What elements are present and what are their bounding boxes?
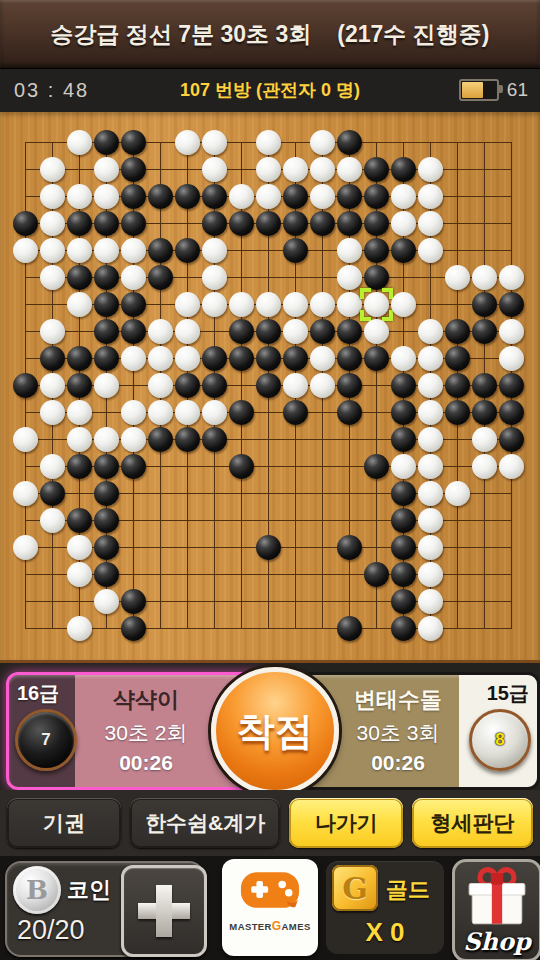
shop-label: Shop	[455, 927, 539, 956]
black-stone	[364, 562, 389, 587]
white-stone	[256, 292, 281, 317]
white-stone	[418, 184, 443, 209]
white-stone	[121, 427, 146, 452]
black-stone	[391, 508, 416, 533]
black-stone	[229, 319, 254, 344]
black-stone	[175, 427, 200, 452]
black-player-rank: 16급	[17, 680, 59, 707]
black-stone	[472, 319, 497, 344]
white-stone	[391, 292, 416, 317]
black-stone	[391, 157, 416, 182]
black-stone	[94, 130, 119, 155]
gold-count: X 0	[326, 917, 444, 948]
white-stone	[445, 481, 470, 506]
white-stone	[13, 481, 38, 506]
white-stone	[67, 562, 92, 587]
go-board[interactable]	[0, 112, 540, 660]
white-stone	[121, 265, 146, 290]
black-byoyomi: 30초 2회	[81, 719, 211, 747]
black-stone-bowl: 7	[15, 709, 77, 771]
white-stone	[13, 535, 38, 560]
battery-icon	[459, 79, 499, 101]
white-time: 00:26	[333, 751, 463, 775]
white-stone	[499, 265, 524, 290]
white-stone	[283, 157, 308, 182]
black-stone	[229, 400, 254, 425]
white-stone	[67, 130, 92, 155]
black-stone	[445, 373, 470, 398]
black-stone	[472, 292, 497, 317]
white-stone	[418, 454, 443, 479]
black-stone	[499, 400, 524, 425]
black-stone	[364, 211, 389, 236]
black-stone	[121, 157, 146, 182]
black-stone	[310, 211, 335, 236]
white-stone	[94, 373, 119, 398]
black-stone	[229, 211, 254, 236]
white-byoyomi: 30초 3회	[333, 719, 463, 747]
white-stone	[391, 184, 416, 209]
territory-estimate-button[interactable]: 형세판단	[412, 798, 533, 848]
white-stone	[337, 265, 362, 290]
white-stone	[418, 535, 443, 560]
white-stone	[148, 319, 173, 344]
black-stone	[67, 508, 92, 533]
black-stone	[94, 346, 119, 371]
title-bar: 승강급 정선 7분 30초 3회 (217수 진행중)	[0, 0, 540, 68]
black-stone	[229, 346, 254, 371]
white-stone	[121, 238, 146, 263]
black-stone	[94, 481, 119, 506]
black-stone	[364, 454, 389, 479]
black-stone	[67, 454, 92, 479]
black-stone	[283, 184, 308, 209]
white-stone	[418, 589, 443, 614]
black-stone	[40, 346, 65, 371]
black-stone	[391, 400, 416, 425]
white-stone	[310, 157, 335, 182]
black-stone	[121, 589, 146, 614]
black-stone	[337, 184, 362, 209]
black-stone	[364, 238, 389, 263]
black-stone	[283, 238, 308, 263]
white-stone	[175, 319, 200, 344]
black-stone	[40, 481, 65, 506]
black-stone	[94, 454, 119, 479]
black-stone	[148, 238, 173, 263]
white-stone	[40, 211, 65, 236]
gold-panel: G 골드 X 0	[326, 861, 444, 954]
white-stone	[148, 400, 173, 425]
white-stone	[418, 427, 443, 452]
white-stone	[256, 184, 281, 209]
black-stone	[94, 535, 119, 560]
black-stone	[148, 427, 173, 452]
black-stone	[13, 373, 38, 398]
white-stone	[418, 481, 443, 506]
game-controller-icon	[240, 869, 300, 911]
white-stone	[418, 616, 443, 641]
white-stone	[67, 292, 92, 317]
black-stone	[121, 319, 146, 344]
white-stone	[364, 319, 389, 344]
add-coin-button[interactable]	[121, 865, 207, 957]
white-stone	[418, 346, 443, 371]
white-stone	[175, 346, 200, 371]
white-stone	[202, 292, 227, 317]
white-stone	[175, 292, 200, 317]
white-stone	[418, 373, 443, 398]
shop-button[interactable]: Shop	[452, 859, 540, 960]
black-stone	[94, 508, 119, 533]
game-rule-title: 승강급 정선 7분 30초 3회	[51, 19, 312, 50]
last-move-marker	[360, 288, 393, 321]
white-stone	[364, 292, 389, 317]
coin-label: 코인	[67, 875, 111, 905]
coin-panel: B 코인 20/20	[5, 861, 205, 957]
white-stone	[121, 346, 146, 371]
white-stone	[40, 373, 65, 398]
black-stone	[391, 373, 416, 398]
white-stone	[94, 427, 119, 452]
pass-and-count-button[interactable]: 한수쉼&계가	[130, 798, 280, 848]
black-stone	[391, 238, 416, 263]
gold-icon: G	[332, 865, 378, 911]
white-stone	[310, 130, 335, 155]
white-stone	[67, 238, 92, 263]
black-stone	[283, 346, 308, 371]
white-stone	[337, 238, 362, 263]
white-stone	[418, 400, 443, 425]
white-stone	[67, 535, 92, 560]
resign-button[interactable]: 기권	[7, 798, 121, 848]
black-stone	[121, 292, 146, 317]
menu-button-row: 기권 한수쉼&계가 나가기 형세판단	[0, 790, 540, 856]
white-stone	[148, 373, 173, 398]
white-stone	[202, 157, 227, 182]
white-stone	[94, 238, 119, 263]
white-stone	[40, 157, 65, 182]
white-stone	[499, 346, 524, 371]
white-stone	[229, 184, 254, 209]
battery-percent: 61	[507, 79, 528, 101]
black-stone	[337, 319, 362, 344]
black-stone	[202, 346, 227, 371]
black-stone	[202, 373, 227, 398]
black-stone	[229, 454, 254, 479]
black-stone	[499, 292, 524, 317]
black-stone	[67, 265, 92, 290]
white-stone	[310, 184, 335, 209]
white-stone	[418, 211, 443, 236]
white-stone	[202, 400, 227, 425]
black-stone	[364, 157, 389, 182]
gold-label: 골드	[386, 875, 430, 905]
coin-icon: B	[13, 866, 61, 914]
white-stone	[13, 238, 38, 263]
black-stone	[337, 400, 362, 425]
white-stone	[67, 400, 92, 425]
white-stone	[202, 238, 227, 263]
master-games-wordmark: MASTERGAMES	[229, 919, 310, 933]
white-stone	[472, 265, 497, 290]
white-stone	[40, 400, 65, 425]
gift-box-icon	[464, 864, 530, 930]
move-progress: (217수 진행중)	[337, 19, 489, 50]
black-stone	[256, 211, 281, 236]
black-stone	[337, 130, 362, 155]
black-stone	[364, 184, 389, 209]
black-stone	[121, 130, 146, 155]
black-stone	[337, 373, 362, 398]
white-stone	[175, 400, 200, 425]
white-stone	[283, 373, 308, 398]
black-stone	[148, 265, 173, 290]
black-stone	[391, 562, 416, 587]
coin-count: 20/20	[17, 915, 85, 946]
white-stone	[202, 130, 227, 155]
black-stone	[94, 319, 119, 344]
white-stone	[40, 508, 65, 533]
black-stone	[256, 319, 281, 344]
black-stone	[364, 346, 389, 371]
black-stone	[364, 265, 389, 290]
black-stone	[94, 211, 119, 236]
black-stone	[256, 373, 281, 398]
white-stone	[121, 400, 146, 425]
black-stone	[256, 346, 281, 371]
white-stone	[310, 346, 335, 371]
white-stone	[499, 319, 524, 344]
black-stone	[499, 427, 524, 452]
black-stone	[256, 535, 281, 560]
white-stone	[229, 292, 254, 317]
white-stone	[391, 346, 416, 371]
white-stone	[67, 184, 92, 209]
white-stone	[40, 265, 65, 290]
white-stone	[256, 157, 281, 182]
white-stone	[67, 616, 92, 641]
black-stone	[202, 211, 227, 236]
white-stone	[283, 292, 308, 317]
player-panel: 16급 7 샥샥이 30초 2회 00:26 15급 8 변태수돌 30초 3회…	[0, 660, 540, 793]
black-stone	[337, 346, 362, 371]
white-stone	[337, 157, 362, 182]
black-stone	[499, 373, 524, 398]
white-stone	[418, 508, 443, 533]
white-stone	[67, 427, 92, 452]
white-stone	[391, 211, 416, 236]
black-stone	[175, 238, 200, 263]
black-stone	[337, 211, 362, 236]
app-screen: 승강급 정선 7분 30초 3회 (217수 진행중) 03 : 48 107 …	[0, 0, 540, 960]
black-stone	[283, 400, 308, 425]
black-stone	[148, 184, 173, 209]
white-stone	[148, 346, 173, 371]
black-stone	[391, 427, 416, 452]
black-stone	[94, 265, 119, 290]
black-time: 00:26	[81, 751, 211, 775]
bottom-bar: B 코인 20/20 MASTERGAMES G 골드 X 0	[0, 856, 540, 960]
white-stone	[283, 319, 308, 344]
white-stone	[418, 157, 443, 182]
white-stone	[175, 130, 200, 155]
black-stone	[472, 373, 497, 398]
white-stone	[310, 292, 335, 317]
white-stone	[40, 454, 65, 479]
black-stone	[175, 184, 200, 209]
black-stone	[391, 589, 416, 614]
black-stone	[121, 184, 146, 209]
white-stone	[256, 130, 281, 155]
black-stone	[121, 211, 146, 236]
black-stone	[445, 400, 470, 425]
white-stone	[202, 265, 227, 290]
black-stone	[121, 616, 146, 641]
white-stone	[499, 454, 524, 479]
black-stone	[202, 427, 227, 452]
white-stone-bowl: 8	[469, 709, 531, 771]
black-stone	[67, 346, 92, 371]
plus-icon	[138, 885, 190, 937]
status-bar: 03 : 48 107 번방 (관전자 0 명) 61	[0, 68, 540, 112]
black-stone	[391, 481, 416, 506]
black-stone	[283, 211, 308, 236]
black-stone	[67, 211, 92, 236]
black-stone	[391, 535, 416, 560]
white-stone	[472, 454, 497, 479]
white-stone	[13, 427, 38, 452]
white-stone	[40, 184, 65, 209]
black-stone	[13, 211, 38, 236]
white-stone	[418, 562, 443, 587]
white-stone	[418, 319, 443, 344]
white-stone	[445, 265, 470, 290]
black-stone	[337, 535, 362, 560]
white-player-name: 변태수돌	[333, 685, 463, 715]
black-player-name: 샥샥이	[81, 685, 211, 715]
white-player-rank: 15급	[487, 680, 529, 707]
black-stone	[445, 319, 470, 344]
black-stone	[67, 373, 92, 398]
goban-grid[interactable]	[12, 129, 525, 642]
black-stone	[94, 562, 119, 587]
black-stone	[310, 319, 335, 344]
black-stone	[121, 454, 146, 479]
white-stone	[94, 184, 119, 209]
white-stone	[472, 427, 497, 452]
white-stone	[40, 238, 65, 263]
white-stone	[40, 319, 65, 344]
battery-status: 61	[459, 79, 528, 101]
black-stone	[337, 616, 362, 641]
black-stone	[175, 373, 200, 398]
black-stone	[202, 184, 227, 209]
white-stone	[94, 589, 119, 614]
black-stone	[391, 616, 416, 641]
exit-button[interactable]: 나가기	[289, 798, 403, 848]
white-stone	[391, 454, 416, 479]
black-stone	[94, 292, 119, 317]
master-games-logo-button[interactable]: MASTERGAMES	[222, 859, 318, 956]
black-stone	[472, 400, 497, 425]
white-stone	[337, 292, 362, 317]
place-stone-button[interactable]: 착점	[211, 667, 339, 795]
white-stone	[310, 373, 335, 398]
white-stone	[418, 238, 443, 263]
white-stone	[94, 157, 119, 182]
black-stone	[445, 346, 470, 371]
